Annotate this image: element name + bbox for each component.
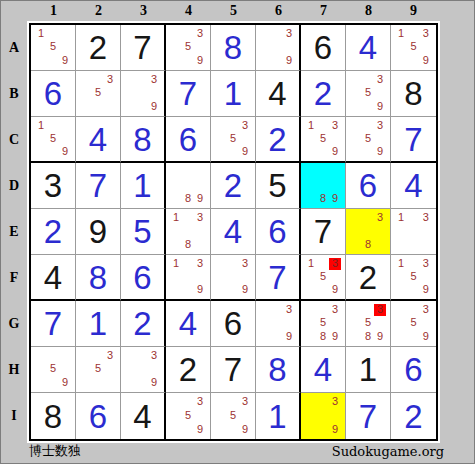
board: 1592735983964135963539714235981594863592… [27,21,440,443]
cell-F8[interactable]: 2 [346,255,391,301]
cell-B6[interactable]: 4 [256,71,301,117]
candidate-empty [215,132,227,145]
given-digit: 7 [224,353,242,386]
cell-H5[interactable]: 7 [211,347,256,393]
given-digit: 4 [268,77,286,110]
candidate-empty [194,165,206,178]
candidate-empty [272,316,284,329]
candidate-empty [170,409,182,423]
cell-H1[interactable]: 59 [31,347,76,393]
cell-H6[interactable]: 8 [256,347,301,393]
solved-digit: 8 [89,261,107,294]
candidate-empty [194,224,206,237]
solved-digit: 7 [404,123,422,156]
cell-H9[interactable]: 6 [391,347,436,393]
cell-F5[interactable]: 39 [211,255,256,301]
candidate-empty [35,54,47,67]
cell-F6[interactable]: 7 [256,255,301,301]
cell-D3[interactable]: 1 [121,163,166,209]
cell-G2[interactable]: 1 [76,301,121,347]
candidate-empty [227,257,239,270]
candidate-empty [215,145,227,158]
cell-D9[interactable]: 4 [391,163,436,209]
candidate-empty [170,27,182,40]
candidate-empty [362,145,374,158]
candidates-grid: 39 [211,255,255,299]
cell-F3[interactable]: 6 [121,255,166,301]
candidate-9: 9 [239,422,251,436]
cell-E1[interactable]: 2 [31,209,76,255]
cell-I7[interactable]: 39 [301,393,346,439]
solved-digit: 6 [268,215,286,248]
candidate-8: 8 [362,330,374,343]
candidate-empty [420,40,432,53]
candidates-grid: 1359 [391,255,436,299]
candidate-empty [420,316,432,329]
cell-B7[interactable]: 2 [301,71,346,117]
cell-C5[interactable]: 359 [211,117,256,163]
candidate-empty [170,224,182,237]
cell-F7[interactable]: 1359 [301,255,346,301]
candidate-empty [305,178,317,191]
candidate-5: 5 [182,409,194,423]
solved-digit: 6 [404,353,422,386]
candidate-5: 5 [227,132,239,145]
given-digit: 8 [404,77,422,110]
candidate-3: 3 [329,395,341,409]
candidate-empty [137,349,149,362]
candidate-3: 3 [239,119,251,132]
given-digit: 5 [268,169,286,202]
candidates-grid: 359 [166,393,210,439]
candidate-empty [395,270,407,283]
candidate-9: 9 [374,100,386,113]
candidate-empty [125,349,137,362]
cell-G4[interactable]: 4 [166,301,211,347]
candidate-empty [272,330,284,343]
cell-G8[interactable]: 3589 [346,301,391,347]
candidate-8: 8 [182,192,194,205]
cell-A3[interactable]: 7 [121,25,166,71]
candidate-empty [182,178,194,191]
candidate-empty [420,238,432,251]
cell-B9[interactable]: 8 [391,71,436,117]
candidate-empty [305,409,317,423]
cell-E6[interactable]: 6 [256,209,301,255]
candidate-3: 3 [374,211,386,224]
candidate-9: 9 [194,283,206,296]
cell-H4[interactable]: 2 [166,347,211,393]
cell-A5[interactable]: 8 [211,25,256,71]
candidate-9: 9 [329,283,341,296]
solved-digit: 4 [224,215,242,248]
cell-G6[interactable]: 39 [256,301,301,347]
candidate-9: 9 [148,376,160,389]
candidate-empty [260,303,272,316]
candidate-3: 3 [374,73,386,86]
candidate-1: 1 [305,119,317,132]
col-label-6: 6 [275,3,282,19]
candidate-empty [420,224,432,237]
cell-H8[interactable]: 1 [346,347,391,393]
cell-I2[interactable]: 6 [76,393,121,439]
candidate-empty [374,132,386,145]
solved-digit: 4 [314,353,332,386]
given-digit: 9 [89,215,107,248]
candidates-grid: 1359 [301,255,345,299]
candidates-grid: 359 [166,25,210,70]
candidate-5: 5 [182,40,194,53]
candidates-grid: 139 [166,255,210,299]
candidate-9: 9 [420,54,432,67]
flagged-candidate: 3 [329,258,341,270]
cell-A4[interactable]: 359 [166,25,211,71]
candidate-empty [59,119,71,132]
cell-C1[interactable]: 159 [31,117,76,163]
candidates-grid: 39 [121,347,164,392]
candidates-grid: 359 [346,117,390,161]
col-label-5: 5 [230,3,237,19]
candidate-3: 3 [329,303,341,316]
candidate-1: 1 [395,211,407,224]
column-labels: 123456789 [27,1,444,21]
cell-F1[interactable]: 4 [31,255,76,301]
candidates-grid: 35 [76,71,120,116]
cell-A2[interactable]: 2 [76,25,121,71]
candidate-5: 5 [362,132,374,145]
solved-digit: 6 [133,261,151,294]
cell-C9[interactable]: 7 [391,117,436,163]
col-label-3: 3 [140,3,147,19]
cell-F9[interactable]: 1359 [391,255,436,301]
cell-D2[interactable]: 7 [76,163,121,209]
candidate-empty [350,316,362,329]
candidate-empty [125,86,137,99]
candidate-empty [305,422,317,436]
col-label-2: 2 [95,3,102,19]
col-label-1: 1 [50,3,57,19]
candidate-empty [317,422,329,436]
candidate-empty [362,73,374,86]
cell-F4[interactable]: 139 [166,255,211,301]
cell-I5[interactable]: 359 [211,393,256,439]
candidate-empty [350,303,362,316]
cell-A6[interactable]: 39 [256,25,301,71]
candidate-5: 5 [317,316,329,329]
solved-digit: 6 [89,400,107,433]
solved-digit: 6 [44,77,62,110]
col-label-9: 9 [410,3,417,19]
status-bar: 博士数独 Sudokugame.org [1,441,474,463]
cell-B3[interactable]: 39 [121,71,166,117]
candidates-grid: 89 [166,163,210,208]
solved-digit: 8 [133,123,151,156]
candidate-empty [260,54,272,67]
cell-C7[interactable]: 1359 [301,117,346,163]
candidate-empty [317,257,329,270]
given-digit: 4 [133,400,151,433]
candidates-grid: 159 [31,117,75,161]
candidate-5: 5 [227,409,239,423]
cell-E5[interactable]: 4 [211,209,256,255]
cell-G1[interactable]: 7 [31,301,76,347]
candidate-9: 9 [194,192,206,205]
candidate-empty [59,40,71,53]
candidates-grid: 39 [301,393,345,439]
cell-A7[interactable]: 6 [301,25,346,71]
candidate-empty [137,362,149,375]
candidate-8: 8 [182,238,194,251]
candidates-grid: 39 [256,25,299,70]
cell-G5[interactable]: 6 [211,301,256,347]
candidate-empty [148,362,160,375]
candidate-empty [170,165,182,178]
candidate-5: 5 [47,40,59,53]
candidate-empty [104,100,116,113]
cell-I4[interactable]: 359 [166,393,211,439]
candidate-empty [317,395,329,409]
candidate-8: 8 [362,238,374,251]
candidate-empty [170,422,182,436]
candidate-empty [227,145,239,158]
app-title: 博士数独 [29,442,81,460]
cell-I6[interactable]: 1 [256,393,301,439]
candidate-empty [182,422,194,436]
cell-D5[interactable]: 2 [211,163,256,209]
candidate-empty [317,165,329,178]
candidate-9: 9 [194,54,206,67]
candidate-empty [80,349,92,362]
candidate-empty [239,270,251,283]
candidate-9: 9 [59,376,71,389]
candidate-empty [317,303,329,316]
cell-E7[interactable]: 7 [301,209,346,255]
candidate-empty [407,238,419,251]
candidate-empty [182,257,194,270]
solved-digit: 1 [268,400,286,433]
cell-I9[interactable]: 2 [391,393,436,439]
candidate-empty [182,211,194,224]
candidate-empty [407,303,419,316]
candidate-empty [35,362,47,375]
row-label-I: I [11,408,16,424]
cell-E3[interactable]: 5 [121,209,166,255]
candidate-9: 9 [374,330,386,343]
candidates-grid: 159 [31,25,75,70]
cell-C6[interactable]: 2 [256,117,301,163]
cell-E2[interactable]: 9 [76,209,121,255]
candidate-empty [227,270,239,283]
candidate-empty [148,86,160,99]
cell-G7[interactable]: 3589 [301,301,346,347]
candidate-9: 9 [329,192,341,205]
cell-A9[interactable]: 1359 [391,25,436,71]
solved-digit: 4 [404,169,422,202]
cell-E8[interactable]: 38 [346,209,391,255]
candidate-empty [194,409,206,423]
candidate-empty [305,283,317,296]
candidate-empty [104,362,116,375]
candidate-empty [374,316,386,329]
candidate-3: 3 [239,257,251,270]
candidate-empty [182,283,194,296]
candidate-empty [227,283,239,296]
candidate-1: 1 [35,119,47,132]
solved-digit: 7 [89,169,107,202]
candidate-5: 5 [47,132,59,145]
candidate-3: 3 [194,27,206,40]
candidate-empty [59,349,71,362]
candidate-empty [47,145,59,158]
candidate-empty [125,100,137,113]
solved-digit: 4 [359,31,377,64]
candidate-empty [182,395,194,409]
candidate-empty [329,132,341,145]
candidates-grid: 1359 [391,25,436,70]
candidate-empty [395,54,407,67]
cell-H3[interactable]: 39 [121,347,166,393]
candidate-1: 1 [35,27,47,40]
candidate-empty [272,40,284,53]
candidates-grid: 359 [211,393,255,439]
candidate-empty [170,270,182,283]
cell-D7[interactable]: 89 [301,163,346,209]
candidate-empty [215,119,227,132]
cell-B5[interactable]: 1 [211,71,256,117]
cell-A8[interactable]: 4 [346,25,391,71]
candidate-empty [170,192,182,205]
cell-D4[interactable]: 89 [166,163,211,209]
cell-I3[interactable]: 4 [121,393,166,439]
cell-H7[interactable]: 4 [301,347,346,393]
candidate-empty [317,178,329,191]
candidate-empty [59,132,71,145]
candidate-1: 1 [395,257,407,270]
candidate-empty [182,54,194,67]
cell-C3[interactable]: 8 [121,117,166,163]
candidates-grid: 38 [346,209,390,254]
candidate-empty [194,40,206,53]
solved-digit: 7 [359,400,377,433]
candidates-grid: 359 [346,71,390,116]
candidate-empty [362,224,374,237]
cell-B2[interactable]: 35 [76,71,121,117]
candidate-empty [305,145,317,158]
candidate-3-flagged: 3 [374,303,386,316]
candidates-grid: 3589 [301,301,345,346]
row-label-E: E [9,224,18,240]
candidate-5: 5 [317,132,329,145]
candidate-empty [305,132,317,145]
cell-D1[interactable]: 3 [31,163,76,209]
candidate-1: 1 [305,257,317,270]
cell-C2[interactable]: 4 [76,117,121,163]
candidate-empty [170,395,182,409]
sudoku-window: 123456789 ABCDEFGHI 15927359839641359635… [0,0,475,464]
solved-digit: 5 [133,215,151,248]
cell-C4[interactable]: 6 [166,117,211,163]
cell-G9[interactable]: 359 [391,301,436,347]
cell-G3[interactable]: 2 [121,301,166,347]
candidate-empty [305,303,317,316]
candidates-grid: 13 [391,209,436,254]
candidate-5: 5 [92,86,104,99]
candidate-empty [215,270,227,283]
candidate-1: 1 [395,27,407,40]
candidate-empty [59,27,71,40]
given-digit: 3 [44,169,62,202]
cell-F2[interactable]: 8 [76,255,121,301]
col-label-8: 8 [365,3,372,19]
candidate-empty [395,238,407,251]
cell-I8[interactable]: 7 [346,393,391,439]
candidate-empty [80,100,92,113]
cell-D6[interactable]: 5 [256,163,301,209]
cell-E9[interactable]: 13 [391,209,436,255]
solved-digit: 4 [89,123,107,156]
candidate-empty [374,86,386,99]
cell-A1[interactable]: 159 [31,25,76,71]
candidate-empty [92,376,104,389]
candidate-empty [395,40,407,53]
candidate-empty [420,270,432,283]
cell-E4[interactable]: 138 [166,209,211,255]
candidate-5: 5 [407,40,419,53]
candidate-empty [170,40,182,53]
cell-I1[interactable]: 8 [31,393,76,439]
candidate-5: 5 [92,362,104,375]
row-label-H: H [9,362,20,378]
site-link[interactable]: Sudokugame.org [332,444,444,459]
candidates-grid: 39 [121,71,164,116]
given-digit: 6 [224,307,242,340]
candidate-empty [137,73,149,86]
candidate-empty [170,54,182,67]
candidate-empty [350,224,362,237]
candidate-empty [215,422,227,436]
candidate-empty [215,395,227,409]
candidate-empty [350,132,362,145]
candidates-grid: 89 [301,163,345,208]
candidate-empty [362,119,374,132]
solved-digit: 2 [44,215,62,248]
cell-D8[interactable]: 6 [346,163,391,209]
candidate-empty [374,224,386,237]
cell-C8[interactable]: 359 [346,117,391,163]
cell-B4[interactable]: 7 [166,71,211,117]
cell-H2[interactable]: 35 [76,347,121,393]
candidate-empty [362,100,374,113]
cell-B8[interactable]: 359 [346,71,391,117]
candidate-empty [80,86,92,99]
solved-digit: 8 [268,353,286,386]
candidate-9: 9 [374,145,386,158]
candidate-empty [170,238,182,251]
candidate-3: 3 [194,395,206,409]
sudoku-grid: 1592735983964135963539714235981594863592… [29,23,438,441]
candidate-empty [239,132,251,145]
candidate-empty [305,316,317,329]
candidate-empty [305,270,317,283]
candidate-5: 5 [47,362,59,375]
row-label-A: A [9,40,19,56]
candidate-3: 3 [374,119,386,132]
candidates-grid: 359 [391,301,436,346]
candidates-grid: 3589 [346,301,390,346]
candidate-empty [350,73,362,86]
cell-B1[interactable]: 6 [31,71,76,117]
candidate-9: 9 [194,422,206,436]
